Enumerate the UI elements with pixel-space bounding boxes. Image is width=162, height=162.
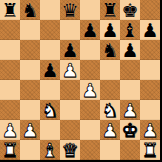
- square-b7[interactable]: [20, 20, 40, 40]
- square-a8[interactable]: ♜: [0, 0, 20, 20]
- black-pawn[interactable]: ♟: [81, 20, 98, 40]
- black-rook[interactable]: ♜: [101, 0, 118, 20]
- black-pawn[interactable]: ♟: [101, 20, 118, 40]
- white-knight[interactable]: ♞: [101, 100, 118, 120]
- square-c6[interactable]: [40, 40, 60, 60]
- black-rook[interactable]: ♜: [1, 0, 18, 20]
- white-pawn[interactable]: ♟: [1, 120, 18, 140]
- white-pawn[interactable]: ♟: [121, 100, 138, 120]
- square-h1[interactable]: ♜: [140, 140, 160, 160]
- square-a1[interactable]: ♜: [0, 140, 20, 160]
- square-b3[interactable]: [20, 100, 40, 120]
- square-b4[interactable]: [20, 80, 40, 100]
- black-bishop[interactable]: ♝: [121, 20, 138, 40]
- square-g4[interactable]: [120, 80, 140, 100]
- chess-board-frame: ♜♞♛♜♚♟♟♝♟♟♞♟♟♟♟♞♞♟♟♟♟♚♟♜♝♛♜: [0, 0, 162, 162]
- square-f8[interactable]: ♜: [100, 0, 120, 20]
- square-e5[interactable]: [80, 60, 100, 80]
- square-d7[interactable]: [60, 20, 80, 40]
- square-d6[interactable]: ♟: [60, 40, 80, 60]
- square-f5[interactable]: [100, 60, 120, 80]
- square-c4[interactable]: [40, 80, 60, 100]
- white-pawn[interactable]: ♟: [61, 60, 78, 80]
- square-a7[interactable]: [0, 20, 20, 40]
- square-a2[interactable]: ♟: [0, 120, 20, 140]
- square-h8[interactable]: [140, 0, 160, 20]
- square-e4[interactable]: ♟: [80, 80, 100, 100]
- square-a4[interactable]: [0, 80, 20, 100]
- square-c3[interactable]: ♞: [40, 100, 60, 120]
- white-bishop[interactable]: ♝: [41, 140, 58, 160]
- square-b8[interactable]: ♞: [20, 0, 40, 20]
- square-b2[interactable]: ♟: [20, 120, 40, 140]
- white-knight[interactable]: ♞: [41, 100, 58, 120]
- square-g5[interactable]: [120, 60, 140, 80]
- square-d8[interactable]: ♛: [60, 0, 80, 20]
- chess-board: ♜♞♛♜♚♟♟♝♟♟♞♟♟♟♟♞♞♟♟♟♟♚♟♜♝♛♜: [0, 0, 160, 160]
- square-d1[interactable]: ♛: [60, 140, 80, 160]
- black-knight[interactable]: ♞: [101, 40, 118, 60]
- white-rook[interactable]: ♜: [1, 140, 18, 160]
- white-king[interactable]: ♚: [121, 120, 138, 140]
- square-c2[interactable]: [40, 120, 60, 140]
- square-c5[interactable]: ♟: [40, 60, 60, 80]
- white-queen[interactable]: ♛: [61, 140, 78, 160]
- black-king[interactable]: ♚: [121, 0, 138, 20]
- square-g8[interactable]: ♚: [120, 0, 140, 20]
- square-c8[interactable]: [40, 0, 60, 20]
- square-b6[interactable]: [20, 40, 40, 60]
- white-pawn[interactable]: ♟: [81, 80, 98, 100]
- square-f7[interactable]: ♟: [100, 20, 120, 40]
- square-e8[interactable]: [80, 0, 100, 20]
- square-f3[interactable]: ♞: [100, 100, 120, 120]
- square-f6[interactable]: ♞: [100, 40, 120, 60]
- square-d3[interactable]: [60, 100, 80, 120]
- square-a6[interactable]: [0, 40, 20, 60]
- square-h3[interactable]: [140, 100, 160, 120]
- square-e3[interactable]: [80, 100, 100, 120]
- square-g2[interactable]: ♚: [120, 120, 140, 140]
- white-pawn[interactable]: ♟: [21, 120, 38, 140]
- square-g6[interactable]: ♟: [120, 40, 140, 60]
- black-pawn[interactable]: ♟: [41, 60, 58, 80]
- white-rook[interactable]: ♜: [141, 140, 158, 160]
- black-pawn[interactable]: ♟: [141, 20, 158, 40]
- square-e7[interactable]: ♟: [80, 20, 100, 40]
- square-a3[interactable]: [0, 100, 20, 120]
- black-pawn[interactable]: ♟: [61, 40, 78, 60]
- square-d5[interactable]: ♟: [60, 60, 80, 80]
- square-e6[interactable]: [80, 40, 100, 60]
- square-h7[interactable]: ♟: [140, 20, 160, 40]
- square-h2[interactable]: ♟: [140, 120, 160, 140]
- square-f4[interactable]: [100, 80, 120, 100]
- black-pawn[interactable]: ♟: [121, 40, 138, 60]
- square-a5[interactable]: [0, 60, 20, 80]
- square-d2[interactable]: [60, 120, 80, 140]
- white-pawn[interactable]: ♟: [141, 120, 158, 140]
- square-e1[interactable]: [80, 140, 100, 160]
- square-b1[interactable]: [20, 140, 40, 160]
- square-f2[interactable]: ♟: [100, 120, 120, 140]
- square-g3[interactable]: ♟: [120, 100, 140, 120]
- square-c7[interactable]: [40, 20, 60, 40]
- square-d4[interactable]: [60, 80, 80, 100]
- square-h4[interactable]: [140, 80, 160, 100]
- square-h6[interactable]: [140, 40, 160, 60]
- square-h5[interactable]: [140, 60, 160, 80]
- black-knight[interactable]: ♞: [21, 0, 38, 20]
- square-g7[interactable]: ♝: [120, 20, 140, 40]
- square-c1[interactable]: ♝: [40, 140, 60, 160]
- square-f1[interactable]: [100, 140, 120, 160]
- square-b5[interactable]: [20, 60, 40, 80]
- black-queen[interactable]: ♛: [61, 0, 78, 20]
- white-pawn[interactable]: ♟: [101, 120, 118, 140]
- square-g1[interactable]: [120, 140, 140, 160]
- square-e2[interactable]: [80, 120, 100, 140]
